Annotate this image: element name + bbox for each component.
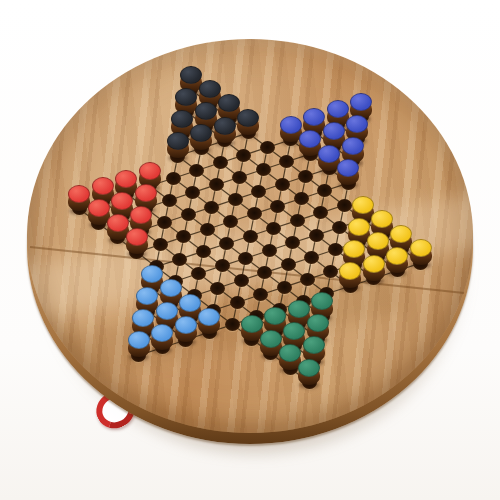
hole[interactable] bbox=[277, 281, 292, 294]
hole[interactable] bbox=[337, 199, 352, 212]
peg-top bbox=[342, 137, 364, 155]
hole[interactable] bbox=[200, 223, 215, 236]
hole[interactable] bbox=[260, 141, 275, 154]
hole[interactable] bbox=[204, 201, 219, 214]
peg-yellow[interactable] bbox=[339, 262, 361, 292]
hole[interactable] bbox=[294, 192, 309, 205]
hole[interactable] bbox=[290, 214, 305, 227]
hole[interactable] bbox=[196, 245, 211, 258]
hole[interactable] bbox=[270, 200, 285, 213]
hole[interactable] bbox=[256, 163, 271, 176]
peg-top bbox=[237, 109, 259, 127]
peg-top bbox=[139, 162, 161, 180]
hole[interactable] bbox=[234, 274, 249, 287]
peg-lightblue[interactable] bbox=[128, 331, 150, 361]
peg-black[interactable] bbox=[237, 109, 259, 139]
peg-top bbox=[167, 132, 189, 150]
peg-green[interactable] bbox=[298, 359, 320, 389]
hole[interactable] bbox=[262, 244, 277, 257]
hole[interactable] bbox=[228, 193, 243, 206]
product-photo bbox=[0, 0, 500, 500]
hole[interactable] bbox=[243, 230, 258, 243]
peg-top bbox=[307, 314, 329, 332]
hole[interactable] bbox=[266, 222, 281, 235]
hole[interactable] bbox=[232, 171, 247, 184]
hole[interactable] bbox=[275, 178, 290, 191]
peg-blue[interactable] bbox=[337, 159, 359, 189]
peg-yellow[interactable] bbox=[363, 255, 385, 285]
peg-top bbox=[410, 239, 432, 257]
hole[interactable] bbox=[181, 208, 196, 221]
hole[interactable] bbox=[166, 172, 181, 185]
hole[interactable] bbox=[298, 170, 313, 183]
hole[interactable] bbox=[304, 251, 319, 264]
hole[interactable] bbox=[172, 253, 187, 266]
hole[interactable] bbox=[185, 186, 200, 199]
peg-black[interactable] bbox=[214, 117, 236, 147]
hole[interactable] bbox=[209, 178, 224, 191]
hole[interactable] bbox=[332, 221, 347, 234]
hole[interactable] bbox=[236, 149, 251, 162]
hole[interactable] bbox=[162, 194, 177, 207]
peg-top bbox=[298, 359, 320, 377]
peg-lightblue[interactable] bbox=[175, 316, 197, 346]
peg-red[interactable] bbox=[126, 228, 148, 258]
peg-black[interactable] bbox=[190, 124, 212, 154]
hole[interactable] bbox=[153, 238, 168, 251]
peg-top bbox=[363, 255, 385, 273]
peg-yellow[interactable] bbox=[410, 239, 432, 269]
peg-top bbox=[135, 184, 157, 202]
hole[interactable] bbox=[309, 229, 324, 242]
hole[interactable] bbox=[300, 273, 315, 286]
hole[interactable] bbox=[230, 296, 245, 309]
peg-top bbox=[303, 336, 325, 354]
peg-black[interactable] bbox=[167, 132, 189, 162]
peg-top bbox=[214, 117, 236, 135]
peg-top bbox=[346, 115, 368, 133]
hole[interactable] bbox=[328, 243, 343, 256]
peg-lightblue[interactable] bbox=[198, 308, 220, 338]
peg-top bbox=[350, 93, 372, 111]
hole[interactable] bbox=[238, 252, 253, 265]
peg-top bbox=[386, 247, 408, 265]
peg-top bbox=[151, 324, 173, 342]
peg-lightblue[interactable] bbox=[151, 324, 173, 354]
peg-top bbox=[175, 316, 197, 334]
hole[interactable] bbox=[210, 282, 225, 295]
peg-yellow[interactable] bbox=[386, 247, 408, 277]
